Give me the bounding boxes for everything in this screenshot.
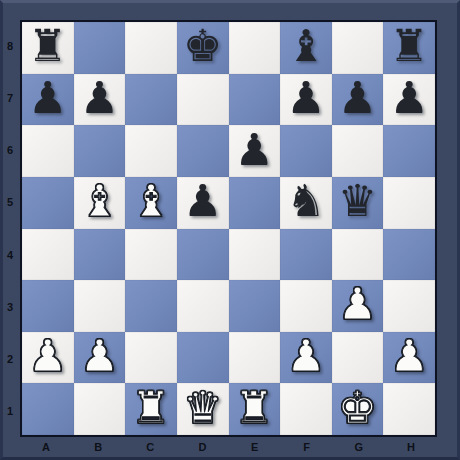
square-d4[interactable] [177,229,229,281]
square-e4[interactable] [229,229,281,281]
black-pawn[interactable]: ♟ [22,74,74,126]
file-label-b: B [72,437,124,457]
square-c5[interactable]: ♝ [125,177,177,229]
square-f5[interactable]: ♞ [280,177,332,229]
file-label-a: A [20,437,72,457]
square-e3[interactable] [229,280,281,332]
rank-label-8: 8 [0,20,20,72]
black-bishop[interactable]: ♝ [280,22,332,74]
square-c3[interactable] [125,280,177,332]
rank-label-2: 2 [0,333,20,385]
square-f1[interactable] [280,383,332,435]
square-d5[interactable]: ♟ [177,177,229,229]
square-g4[interactable] [332,229,384,281]
black-rook[interactable]: ♜ [22,22,74,74]
square-h5[interactable] [383,177,435,229]
square-b5[interactable]: ♝ [74,177,126,229]
rank-label-3: 3 [0,281,20,333]
square-b1[interactable] [74,383,126,435]
square-h4[interactable] [383,229,435,281]
file-label-g: G [333,437,385,457]
square-d6[interactable] [177,125,229,177]
square-a1[interactable] [22,383,74,435]
square-b4[interactable] [74,229,126,281]
square-b8[interactable] [74,22,126,74]
rank-label-4: 4 [0,229,20,281]
black-knight[interactable]: ♞ [280,177,332,229]
white-pawn[interactable]: ♟ [74,332,126,384]
square-c2[interactable] [125,332,177,384]
square-h2[interactable]: ♟ [383,332,435,384]
file-label-c: C [124,437,176,457]
rank-label-7: 7 [0,72,20,124]
rank-label-6: 6 [0,124,20,176]
square-b6[interactable] [74,125,126,177]
white-rook[interactable]: ♜ [125,383,177,435]
square-d2[interactable] [177,332,229,384]
square-c1[interactable]: ♜ [125,383,177,435]
square-f8[interactable]: ♝ [280,22,332,74]
square-g6[interactable] [332,125,384,177]
square-h7[interactable]: ♟ [383,74,435,126]
square-c7[interactable] [125,74,177,126]
square-e5[interactable] [229,177,281,229]
square-g8[interactable] [332,22,384,74]
board-grid: ♜♚♝♜♟♟♟♟♟♟♝♝♟♞♛♟♟♟♟♟♜♛♜♚ [20,20,437,437]
black-pawn[interactable]: ♟ [280,74,332,126]
file-label-e: E [229,437,281,457]
square-a4[interactable] [22,229,74,281]
square-e7[interactable] [229,74,281,126]
white-pawn[interactable]: ♟ [280,332,332,384]
square-c8[interactable] [125,22,177,74]
square-a5[interactable] [22,177,74,229]
square-a6[interactable] [22,125,74,177]
rank-label-1: 1 [0,385,20,437]
square-d8[interactable]: ♚ [177,22,229,74]
white-bishop[interactable]: ♝ [74,177,126,229]
square-h3[interactable] [383,280,435,332]
white-rook[interactable]: ♜ [229,383,281,435]
white-pawn[interactable]: ♟ [22,332,74,384]
rank-label-5: 5 [0,176,20,228]
square-a7[interactable]: ♟ [22,74,74,126]
square-h1[interactable] [383,383,435,435]
square-c4[interactable] [125,229,177,281]
black-pawn[interactable]: ♟ [229,125,281,177]
square-e6[interactable]: ♟ [229,125,281,177]
chess-diagram: 87654321 ♜♚♝♜♟♟♟♟♟♟♝♝♟♞♛♟♟♟♟♟♜♛♜♚ ABCDEF… [0,0,460,460]
square-g3[interactable]: ♟ [332,280,384,332]
square-e1[interactable]: ♜ [229,383,281,435]
black-king[interactable]: ♚ [177,22,229,74]
square-e2[interactable] [229,332,281,384]
square-b3[interactable] [74,280,126,332]
black-rook[interactable]: ♜ [383,22,435,74]
square-f4[interactable] [280,229,332,281]
black-pawn[interactable]: ♟ [177,177,229,229]
file-labels: ABCDEFGH [20,437,437,457]
white-queen[interactable]: ♛ [177,383,229,435]
square-h8[interactable]: ♜ [383,22,435,74]
white-pawn[interactable]: ♟ [332,280,384,332]
rank-labels: 87654321 [0,20,20,437]
square-f6[interactable] [280,125,332,177]
square-g2[interactable] [332,332,384,384]
black-queen[interactable]: ♛ [332,177,384,229]
file-label-f: F [281,437,333,457]
square-g1[interactable]: ♚ [332,383,384,435]
square-f2[interactable]: ♟ [280,332,332,384]
black-pawn[interactable]: ♟ [332,74,384,126]
white-pawn[interactable]: ♟ [383,332,435,384]
black-pawn[interactable]: ♟ [383,74,435,126]
square-a3[interactable] [22,280,74,332]
square-c6[interactable] [125,125,177,177]
square-f7[interactable]: ♟ [280,74,332,126]
square-d1[interactable]: ♛ [177,383,229,435]
square-e8[interactable] [229,22,281,74]
square-b7[interactable]: ♟ [74,74,126,126]
square-a2[interactable]: ♟ [22,332,74,384]
white-bishop[interactable]: ♝ [125,177,177,229]
file-label-h: H [385,437,437,457]
file-label-d: D [176,437,228,457]
square-b2[interactable]: ♟ [74,332,126,384]
square-a8[interactable]: ♜ [22,22,74,74]
square-g5[interactable]: ♛ [332,177,384,229]
square-d7[interactable] [177,74,229,126]
square-h6[interactable] [383,125,435,177]
black-pawn[interactable]: ♟ [74,74,126,126]
square-d3[interactable] [177,280,229,332]
square-g7[interactable]: ♟ [332,74,384,126]
square-f3[interactable] [280,280,332,332]
white-king[interactable]: ♚ [332,383,384,435]
